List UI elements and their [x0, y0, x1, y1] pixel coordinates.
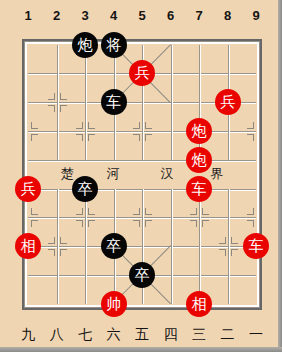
piece-black-soldier[interactable]: 卒 — [72, 176, 98, 202]
marker-2-3 — [60, 93, 67, 100]
piece-black-soldier[interactable]: 卒 — [129, 262, 155, 288]
marker-2-3 — [48, 93, 55, 100]
marker-2-8 — [48, 237, 55, 244]
marker-9-7 — [247, 208, 254, 215]
grid-vline-file-3-bottom — [85, 189, 86, 304]
piece-black-chariot[interactable]: 车 — [101, 89, 127, 115]
river-text-3: 汉 — [161, 165, 174, 183]
piece-black-cannon[interactable]: 炮 — [72, 32, 98, 58]
marker-7-7 — [202, 208, 209, 215]
piece-red-soldier[interactable]: 兵 — [215, 89, 241, 115]
marker-8-8 — [219, 249, 226, 256]
piece-red-chariot[interactable]: 车 — [243, 233, 269, 259]
marker-9-4 — [247, 122, 254, 129]
marker-8-8 — [231, 237, 238, 244]
grid-vline-file-7-bottom — [199, 189, 200, 304]
river-text-4: 界 — [211, 165, 224, 183]
marker-5-7 — [133, 220, 140, 227]
grid-vline-file-3-top — [85, 45, 86, 160]
grid-vline-file-8-bottom — [228, 189, 229, 304]
marker-1-7 — [31, 220, 38, 227]
piece-red-soldier[interactable]: 兵 — [15, 176, 41, 202]
marker-9-4 — [247, 134, 254, 141]
piece-red-general[interactable]: 帅 — [101, 291, 127, 317]
window-edge-bottom — [0, 347, 282, 352]
marker-1-7 — [31, 208, 38, 215]
marker-3-7 — [88, 220, 95, 227]
xiangqi-board[interactable]: 楚河汉界炮将兵车兵炮炮兵卒车相卒车卒帅相 — [0, 0, 282, 352]
piece-black-general[interactable]: 将 — [101, 32, 127, 58]
piece-red-cannon[interactable]: 炮 — [186, 118, 212, 144]
xiangqi-app-screen: 123456789 楚河汉界炮将兵车兵炮炮兵卒车相卒车卒帅相 九八七六五四三二一 — [0, 0, 282, 352]
marker-3-7 — [88, 208, 95, 215]
grid-hline-rank-5 — [28, 160, 256, 161]
piece-black-soldier[interactable]: 卒 — [101, 233, 127, 259]
grid-vline-file-2-top — [57, 45, 58, 160]
marker-3-7 — [76, 208, 83, 215]
marker-5-7 — [133, 208, 140, 215]
marker-2-8 — [60, 249, 67, 256]
marker-5-4 — [145, 122, 152, 129]
piece-red-cannon[interactable]: 炮 — [186, 147, 212, 173]
marker-7-7 — [190, 220, 197, 227]
marker-1-4 — [31, 122, 38, 129]
marker-2-3 — [48, 105, 55, 112]
marker-8-8 — [231, 249, 238, 256]
marker-5-4 — [133, 122, 140, 129]
river-text-2: 河 — [107, 165, 120, 183]
piece-red-elephant[interactable]: 相 — [186, 291, 212, 317]
window-edge-right — [278, 0, 282, 352]
marker-7-7 — [190, 208, 197, 215]
marker-3-4 — [88, 122, 95, 129]
marker-2-3 — [60, 105, 67, 112]
marker-5-7 — [145, 220, 152, 227]
marker-3-4 — [76, 134, 83, 141]
marker-8-8 — [219, 237, 226, 244]
river-text-1: 楚 — [61, 165, 74, 183]
marker-9-7 — [247, 220, 254, 227]
marker-5-7 — [145, 208, 152, 215]
marker-3-4 — [88, 134, 95, 141]
piece-red-elephant[interactable]: 相 — [15, 233, 41, 259]
marker-5-4 — [145, 134, 152, 141]
marker-2-8 — [60, 237, 67, 244]
marker-2-8 — [48, 249, 55, 256]
marker-5-4 — [133, 134, 140, 141]
marker-3-4 — [76, 122, 83, 129]
marker-3-7 — [76, 220, 83, 227]
marker-1-4 — [31, 134, 38, 141]
marker-7-7 — [202, 220, 209, 227]
piece-red-chariot[interactable]: 车 — [186, 176, 212, 202]
grid-vline-file-2-bottom — [57, 189, 58, 304]
